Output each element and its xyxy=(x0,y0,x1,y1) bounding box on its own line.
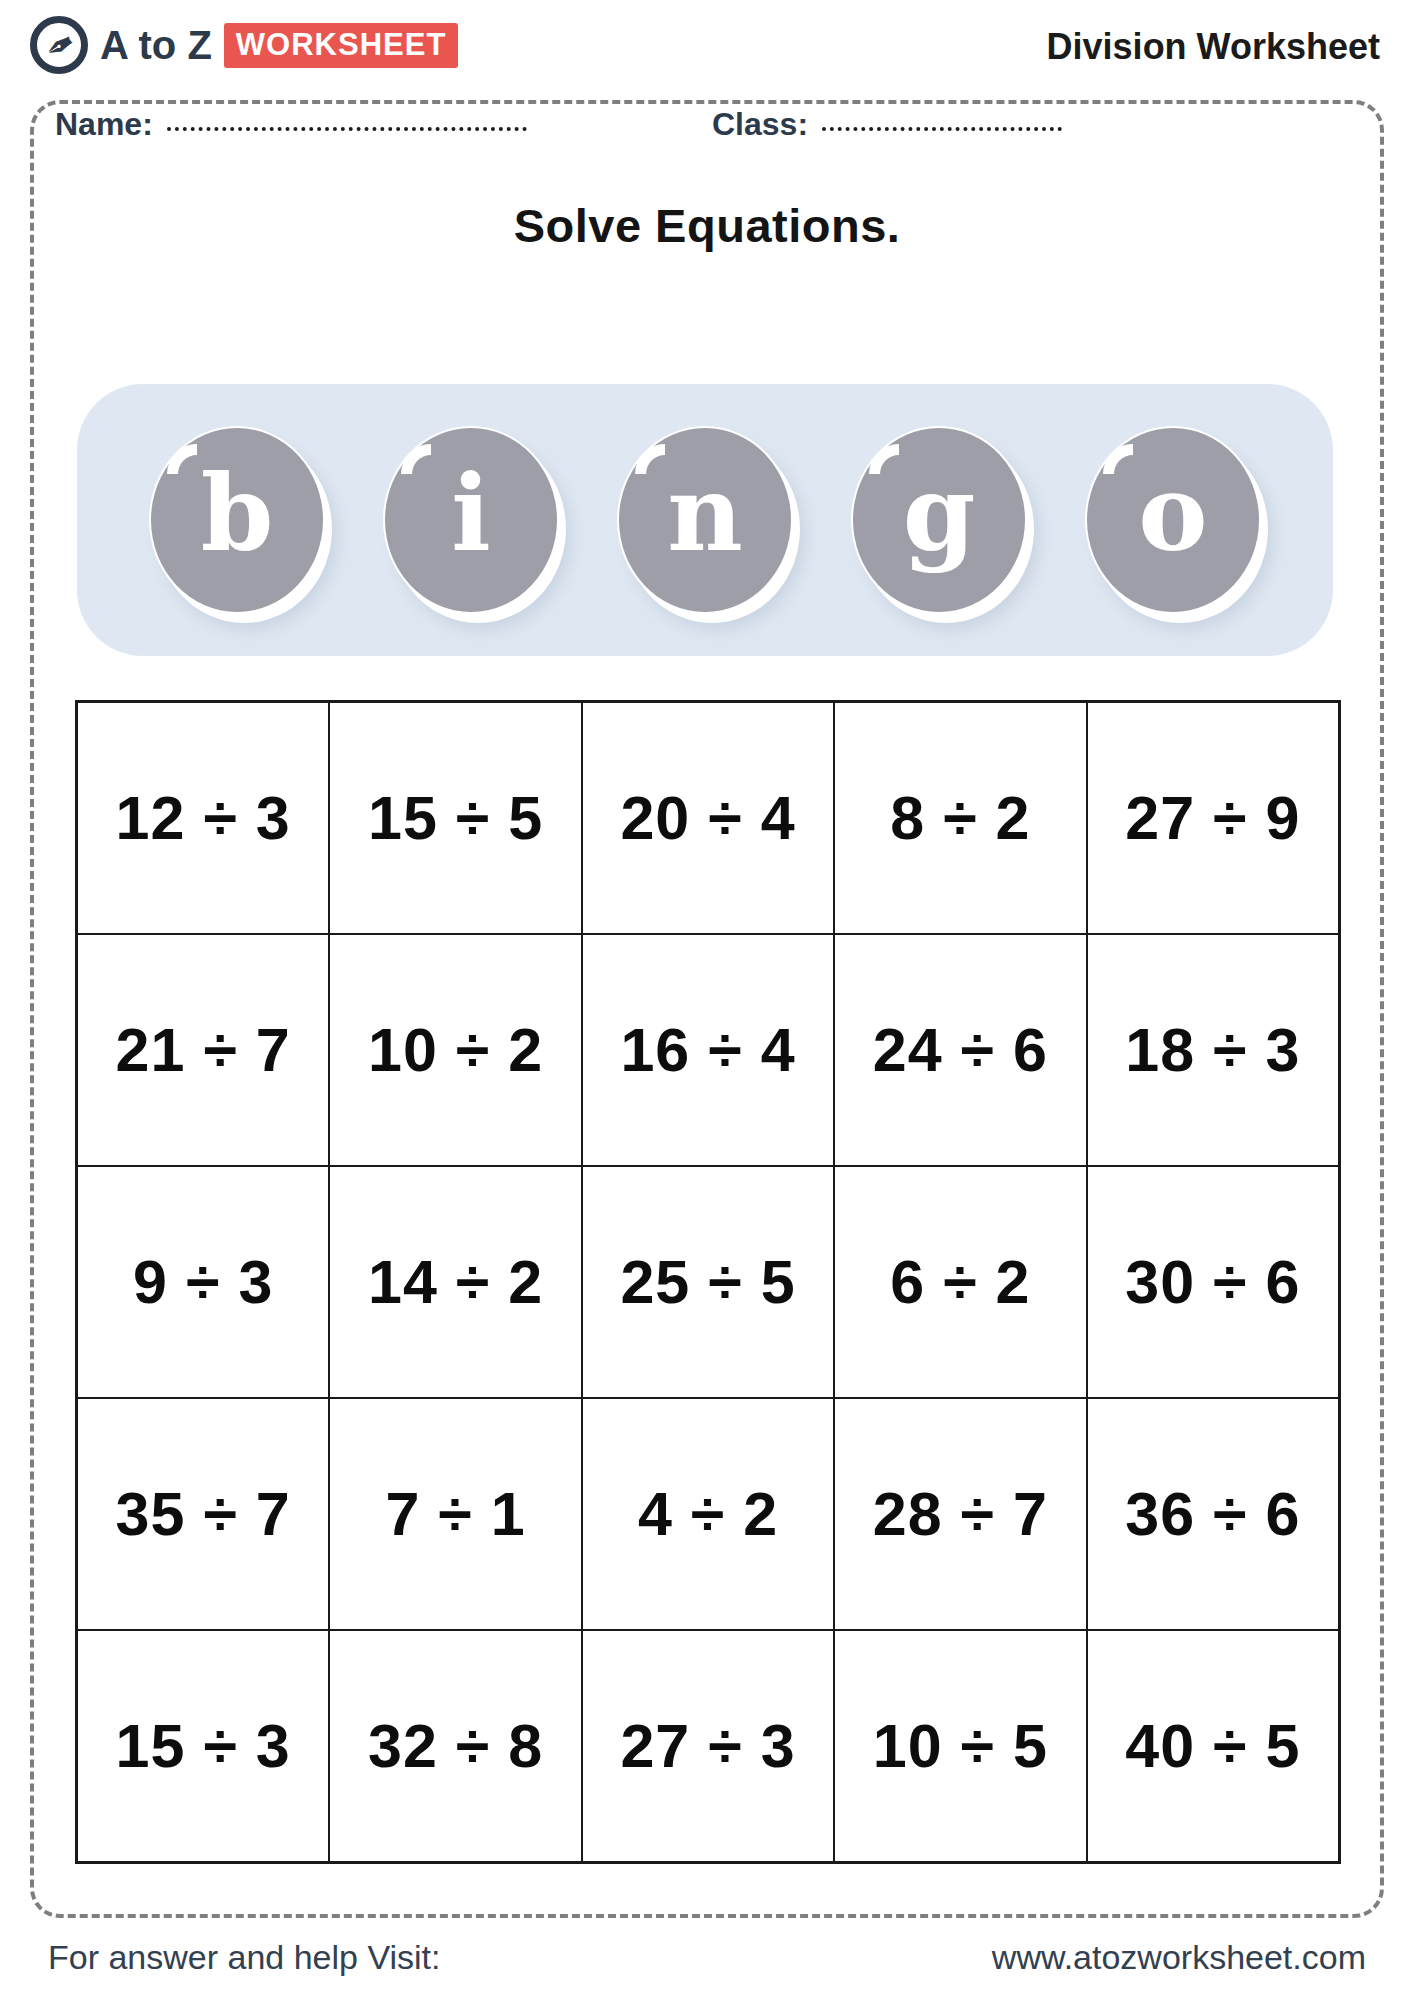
division-problems-grid: 12 ÷ 315 ÷ 520 ÷ 48 ÷ 227 ÷ 921 ÷ 710 ÷ … xyxy=(75,700,1341,1864)
grid-cell-r2c2[interactable]: 10 ÷ 2 xyxy=(329,934,581,1166)
footer-help-text: For answer and help Visit: xyxy=(48,1938,440,1977)
bingo-letter: b xyxy=(201,462,274,566)
bingo-bubble-b: b xyxy=(151,428,323,612)
class-field-group: Class: xyxy=(712,106,1062,143)
grid-cell-r3c5[interactable]: 30 ÷ 6 xyxy=(1087,1166,1339,1398)
page-title: Division Worksheet xyxy=(1047,26,1380,68)
grid-cell-r1c1[interactable]: 12 ÷ 3 xyxy=(77,702,329,934)
grid-cell-r4c4[interactable]: 28 ÷ 7 xyxy=(834,1398,1086,1630)
grid-cell-r3c4[interactable]: 6 ÷ 2 xyxy=(834,1166,1086,1398)
grid-cell-r5c1[interactable]: 15 ÷ 3 xyxy=(77,1630,329,1862)
grid-cell-r4c3[interactable]: 4 ÷ 2 xyxy=(582,1398,834,1630)
grid-cell-r1c3[interactable]: 20 ÷ 4 xyxy=(582,702,834,934)
bingo-letter: g xyxy=(903,462,976,566)
grid-cell-r1c5[interactable]: 27 ÷ 9 xyxy=(1087,702,1339,934)
grid-cell-r2c3[interactable]: 16 ÷ 4 xyxy=(582,934,834,1166)
grid-cell-r2c1[interactable]: 21 ÷ 7 xyxy=(77,934,329,1166)
brand-badge: WORKSHEET xyxy=(224,23,459,68)
bingo-bubble-o: o xyxy=(1087,428,1259,612)
grid-cell-r2c4[interactable]: 24 ÷ 6 xyxy=(834,934,1086,1166)
bingo-bubble-g: g xyxy=(853,428,1025,612)
bingo-letter: i xyxy=(451,462,491,566)
grid-cell-r4c1[interactable]: 35 ÷ 7 xyxy=(77,1398,329,1630)
grid-cell-r5c3[interactable]: 27 ÷ 3 xyxy=(582,1630,834,1862)
grid-cell-r3c3[interactable]: 25 ÷ 5 xyxy=(582,1166,834,1398)
brand-logo: ✒ A to Z WORKSHEET xyxy=(30,16,458,74)
grid-cell-r4c2[interactable]: 7 ÷ 1 xyxy=(329,1398,581,1630)
bingo-strip: bingo xyxy=(77,384,1333,656)
grid-cell-r5c2[interactable]: 32 ÷ 8 xyxy=(329,1630,581,1862)
class-label: Class: xyxy=(712,106,808,143)
grid-cell-r2c5[interactable]: 18 ÷ 3 xyxy=(1087,934,1339,1166)
fountain-pen-icon: ✒ xyxy=(37,22,81,68)
pen-logo-icon: ✒ xyxy=(30,16,88,74)
bingo-bubble-i: i xyxy=(385,428,557,612)
bingo-letter: o xyxy=(1138,462,1207,566)
bingo-bubble-n: n xyxy=(619,428,791,612)
grid-cell-r3c2[interactable]: 14 ÷ 2 xyxy=(329,1166,581,1398)
name-label: Name: xyxy=(55,106,153,143)
grid-cell-r5c4[interactable]: 10 ÷ 5 xyxy=(834,1630,1086,1862)
name-input-line[interactable] xyxy=(167,127,527,131)
grid-cell-r4c5[interactable]: 36 ÷ 6 xyxy=(1087,1398,1339,1630)
brand-name: A to Z xyxy=(100,23,212,68)
bingo-letter: n xyxy=(667,462,743,566)
name-field-group: Name: xyxy=(55,106,527,143)
worksheet-title: Solve Equations. xyxy=(0,198,1414,253)
grid-cell-r5c5[interactable]: 40 ÷ 5 xyxy=(1087,1630,1339,1862)
footer-website-link[interactable]: www.atozworksheet.com xyxy=(992,1938,1366,1977)
class-input-line[interactable] xyxy=(822,127,1062,131)
grid-cell-r3c1[interactable]: 9 ÷ 3 xyxy=(77,1166,329,1398)
grid-cell-r1c4[interactable]: 8 ÷ 2 xyxy=(834,702,1086,934)
grid-cell-r1c2[interactable]: 15 ÷ 5 xyxy=(329,702,581,934)
